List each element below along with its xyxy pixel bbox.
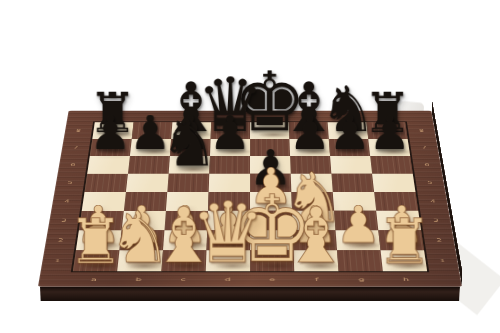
rank-labels-left-5: 5 [62,174,78,192]
square-c6[interactable]: ♞ [169,156,210,174]
piece-white-rook-h1[interactable]: ♜ [377,217,433,267]
file-label-h: h [383,276,429,283]
rank-labels-right-2: 2 [431,230,448,250]
rank-labels-right-5: 5 [422,174,438,192]
board-grid: ♜♝♛♚♝♞♜♟♟♟♟♟♟♟♞♟♟♞♟♟♟♟♟♟♟♜♞♝♛♚♝♜ [71,122,430,273]
file-label-e: e [250,276,295,283]
piece-black-pawn-a7[interactable]: ♟ [89,115,131,153]
file-label-g: g [339,276,384,283]
rank-labels-left-6: 6 [65,156,81,174]
file-label-b: b [116,276,161,283]
rank-labels-right-1: 1 [434,250,451,271]
file-labels: abcdefgh [71,276,429,283]
file-label-d: d [205,276,250,283]
rank-labels-left-7: 7 [68,139,83,156]
square-h1[interactable]: ♜ [381,250,428,271]
rank-labels-left-1: 1 [49,250,66,271]
piece-white-bishop-f1[interactable]: ♝ [282,206,350,267]
piece-black-pawn-g7[interactable]: ♟ [329,115,371,153]
file-label-a: a [71,276,117,283]
rank-labels-right-8: 8 [414,122,429,139]
rank-labels-right-6: 6 [419,156,435,174]
chess-board: ♜♝♛♚♝♞♜♟♟♟♟♟♟♟♞♟♟♞♟♟♟♟♟♟♟♜♞♝♛♚♝♜ abcdefg… [38,111,462,287]
piece-white-queen-d1[interactable]: ♛ [190,200,266,267]
piece-black-knight-c6[interactable]: ♞ [160,118,219,170]
square-b5[interactable] [126,174,169,192]
rank-labels-left-2: 2 [52,230,69,250]
square-f7[interactable]: ♟ [289,139,330,156]
scene: ♜♝♛♚♝♞♜♟♟♟♟♟♟♟♞♟♟♞♟♟♟♟♟♟♟♜♞♝♛♚♝♜ abcdefg… [15,11,485,324]
file-label-f: f [294,276,339,283]
rank-labels-right-7: 7 [417,139,432,156]
square-a5[interactable] [85,174,128,192]
square-f1[interactable]: ♝ [294,250,339,271]
rank-labels-left-8: 8 [71,122,86,139]
square-h7[interactable]: ♟ [368,139,410,156]
square-a6[interactable] [87,156,130,174]
square-g7[interactable]: ♟ [329,139,370,156]
file-label-c: c [161,276,206,283]
square-a7[interactable]: ♟ [90,139,132,156]
square-h5[interactable] [372,174,415,192]
square-d1[interactable]: ♛ [206,250,250,271]
piece-black-pawn-f7[interactable]: ♟ [289,115,331,153]
photo-stage: ♜♝♛♚♝♞♜♟♟♟♟♟♟♟♞♟♟♞♟♟♟♟♟♟♟♜♞♝♛♚♝♜ abcdefg… [15,11,485,324]
piece-black-pawn-h7[interactable]: ♟ [369,115,411,153]
square-h6[interactable] [370,156,413,174]
board-front-edge [40,287,460,301]
